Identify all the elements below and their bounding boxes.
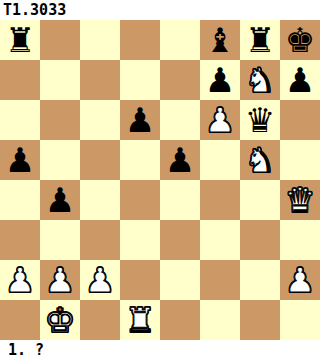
square-e6[interactable] [160, 100, 200, 140]
square-b3[interactable] [40, 220, 80, 260]
square-d1[interactable]: ♜ [120, 300, 160, 340]
square-f5[interactable] [200, 140, 240, 180]
white-queen-piece: ♛ [285, 180, 315, 220]
black-pawn-piece: ♟ [125, 100, 155, 140]
square-c2[interactable]: ♟ [80, 260, 120, 300]
square-a3[interactable] [0, 220, 40, 260]
square-d7[interactable] [120, 60, 160, 100]
square-e3[interactable] [160, 220, 200, 260]
square-c6[interactable] [80, 100, 120, 140]
square-h7[interactable]: ♟ [280, 60, 320, 100]
square-a4[interactable] [0, 180, 40, 220]
square-f4[interactable] [200, 180, 240, 220]
black-pawn-piece: ♟ [165, 140, 195, 180]
square-g1[interactable] [240, 300, 280, 340]
square-b1[interactable]: ♚ [40, 300, 80, 340]
square-g3[interactable] [240, 220, 280, 260]
white-rook-piece: ♜ [125, 300, 155, 340]
square-c4[interactable] [80, 180, 120, 220]
square-e2[interactable] [160, 260, 200, 300]
square-h5[interactable] [280, 140, 320, 180]
square-e1[interactable] [160, 300, 200, 340]
square-f6[interactable]: ♟ [200, 100, 240, 140]
square-c7[interactable] [80, 60, 120, 100]
square-e4[interactable] [160, 180, 200, 220]
black-pawn-piece: ♟ [285, 60, 315, 100]
black-rook-piece: ♜ [5, 20, 35, 60]
square-g5[interactable]: ♞ [240, 140, 280, 180]
square-b7[interactable] [40, 60, 80, 100]
square-g6[interactable]: ♛ [240, 100, 280, 140]
square-b4[interactable]: ♟ [40, 180, 80, 220]
white-king-piece: ♚ [45, 300, 75, 340]
square-c5[interactable] [80, 140, 120, 180]
square-g2[interactable] [240, 260, 280, 300]
square-h4[interactable]: ♛ [280, 180, 320, 220]
square-e8[interactable] [160, 20, 200, 60]
black-pawn-piece: ♟ [45, 180, 75, 220]
square-d4[interactable] [120, 180, 160, 220]
black-queen-piece: ♛ [245, 100, 275, 140]
square-e7[interactable] [160, 60, 200, 100]
square-b2[interactable]: ♟ [40, 260, 80, 300]
white-pawn-piece: ♟ [5, 260, 35, 300]
white-knight-piece: ♞ [245, 140, 275, 180]
square-h8[interactable]: ♚ [280, 20, 320, 60]
square-b5[interactable] [40, 140, 80, 180]
black-bishop-piece: ♝ [205, 20, 235, 60]
move-prompt: 1. ? [0, 340, 320, 360]
square-g8[interactable]: ♜ [240, 20, 280, 60]
square-a7[interactable] [0, 60, 40, 100]
square-a5[interactable]: ♟ [0, 140, 40, 180]
square-h2[interactable]: ♟ [280, 260, 320, 300]
square-c8[interactable] [80, 20, 120, 60]
square-f3[interactable] [200, 220, 240, 260]
square-e5[interactable]: ♟ [160, 140, 200, 180]
white-pawn-piece: ♟ [85, 260, 115, 300]
square-g4[interactable] [240, 180, 280, 220]
square-g7[interactable]: ♞ [240, 60, 280, 100]
square-h3[interactable] [280, 220, 320, 260]
square-f1[interactable] [200, 300, 240, 340]
square-a2[interactable]: ♟ [0, 260, 40, 300]
square-f8[interactable]: ♝ [200, 20, 240, 60]
black-rook-piece: ♜ [245, 20, 275, 60]
black-king-piece: ♚ [285, 20, 315, 60]
square-b6[interactable] [40, 100, 80, 140]
square-c3[interactable] [80, 220, 120, 260]
black-pawn-piece: ♟ [205, 60, 235, 100]
square-c1[interactable] [80, 300, 120, 340]
square-f7[interactable]: ♟ [200, 60, 240, 100]
white-pawn-piece: ♟ [45, 260, 75, 300]
white-pawn-piece: ♟ [205, 100, 235, 140]
white-pawn-piece: ♟ [285, 260, 315, 300]
square-a6[interactable] [0, 100, 40, 140]
square-d8[interactable] [120, 20, 160, 60]
black-pawn-piece: ♟ [5, 140, 35, 180]
square-d6[interactable]: ♟ [120, 100, 160, 140]
square-d5[interactable] [120, 140, 160, 180]
square-a1[interactable] [0, 300, 40, 340]
chess-board: ♜♝♜♚♟♞♟♟♟♛♟♟♞♟♛♟♟♟♟♚♜ [0, 20, 320, 340]
square-a8[interactable]: ♜ [0, 20, 40, 60]
square-h1[interactable] [280, 300, 320, 340]
square-f2[interactable] [200, 260, 240, 300]
square-b8[interactable] [40, 20, 80, 60]
square-d3[interactable] [120, 220, 160, 260]
square-d2[interactable] [120, 260, 160, 300]
white-knight-piece: ♞ [245, 60, 275, 100]
puzzle-id-label: T1.3033 [0, 0, 320, 20]
square-h6[interactable] [280, 100, 320, 140]
